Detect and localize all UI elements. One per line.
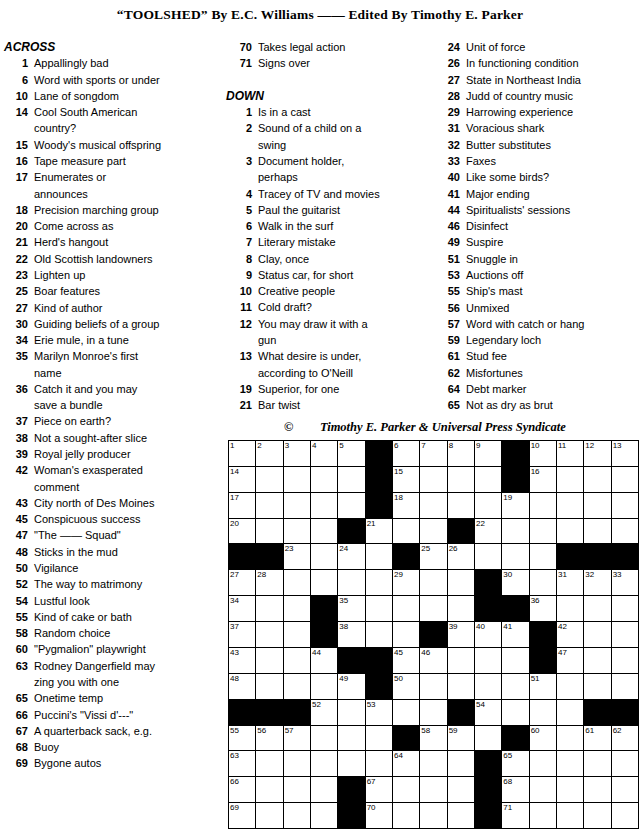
- cell-r9c10[interactable]: [475, 648, 501, 673]
- cell-r4c7[interactable]: [393, 519, 419, 544]
- cell-r12c1[interactable]: 55: [229, 726, 255, 751]
- cell-r10c12[interactable]: 51: [530, 674, 556, 699]
- cell-r1c2[interactable]: 2: [256, 441, 282, 466]
- cell-r4c15[interactable]: [612, 519, 638, 544]
- clue-down-41: 41Major ending: [436, 186, 628, 202]
- clue-text: Literary mistake: [258, 234, 382, 250]
- cell-r12c15[interactable]: 62: [612, 726, 638, 751]
- cell-r13c15[interactable]: [612, 751, 638, 776]
- cell-r9c15[interactable]: [612, 648, 638, 673]
- cell-r8c6[interactable]: [366, 622, 392, 647]
- cell-r5c4[interactable]: [311, 544, 337, 569]
- cell-r9c7[interactable]: 45: [393, 648, 419, 673]
- cell-number: 58: [421, 726, 430, 736]
- cell-number: 19: [503, 493, 512, 503]
- cell-r2c7[interactable]: 15: [393, 467, 419, 492]
- clue-number: 34: [4, 332, 28, 348]
- cell-r11c11[interactable]: [502, 700, 528, 725]
- cell-r8c1[interactable]: 37: [229, 622, 255, 647]
- cell-r10c5[interactable]: 49: [338, 674, 364, 699]
- cell-r2c13[interactable]: [557, 467, 583, 492]
- clue-number: 6: [4, 72, 28, 88]
- cell-r8c7[interactable]: [393, 622, 419, 647]
- cell-r6c3[interactable]: [284, 570, 310, 595]
- cell-r10c11[interactable]: [502, 674, 528, 699]
- cell-r14c9[interactable]: [448, 777, 474, 802]
- cell-r1c15[interactable]: 13: [612, 441, 638, 466]
- cell-r13c5[interactable]: [338, 751, 364, 776]
- cell-r14c4[interactable]: [311, 777, 337, 802]
- clue-number: 19: [226, 381, 252, 397]
- cell-r3c11[interactable]: 19: [502, 493, 528, 518]
- cell-r11c6[interactable]: 53: [366, 700, 392, 725]
- clue-number: 56: [436, 300, 460, 316]
- cell-r1c14[interactable]: 12: [584, 441, 610, 466]
- clue-text: Paul the guitarist: [258, 202, 382, 218]
- clue-text: Document holder, perhaps: [258, 153, 382, 186]
- clue-number: 2: [226, 120, 252, 136]
- cell-r2c12[interactable]: 16: [530, 467, 556, 492]
- clue-text: Butter substitutes: [466, 137, 628, 153]
- clue-across-36: 36Catch it and you may save a bundle: [4, 381, 162, 414]
- clue-number: 60: [4, 641, 28, 657]
- cell-number: 32: [585, 570, 594, 580]
- across-header: ACROSS: [4, 39, 162, 55]
- cell-number: 41: [503, 622, 512, 632]
- cell-r15c11[interactable]: 71: [502, 803, 528, 828]
- cell-r4c11[interactable]: [502, 519, 528, 544]
- cell-r7c1[interactable]: 34: [229, 596, 255, 621]
- cell-r6c7[interactable]: 29: [393, 570, 419, 595]
- clue-text: City north of Des Moines: [34, 495, 162, 511]
- cell-r10c2[interactable]: [256, 674, 282, 699]
- cell-r3c9[interactable]: [448, 493, 474, 518]
- cell-r8c11[interactable]: 41: [502, 622, 528, 647]
- cell-r15c1[interactable]: 69: [229, 803, 255, 828]
- clue-number: 15: [4, 137, 28, 153]
- cell-r15c14[interactable]: [584, 803, 610, 828]
- cell-r13c14[interactable]: [584, 751, 610, 776]
- cell-r15c4[interactable]: [311, 803, 337, 828]
- block-r7c4: [311, 596, 337, 621]
- cell-r4c12[interactable]: [530, 519, 556, 544]
- clue-number: 14: [4, 104, 28, 120]
- cell-r7c6[interactable]: [366, 596, 392, 621]
- cell-r6c6[interactable]: [366, 570, 392, 595]
- clue-across-20: 20Come across as: [4, 218, 162, 234]
- cell-r1c13[interactable]: 11: [557, 441, 583, 466]
- clue-number: 21: [4, 234, 28, 250]
- cell-r7c9[interactable]: [448, 596, 474, 621]
- clue-number: 8: [226, 251, 252, 267]
- cell-r12c5[interactable]: [338, 726, 364, 751]
- clue-text: Random choice: [34, 625, 162, 641]
- cell-r12c2[interactable]: 56: [256, 726, 282, 751]
- clue-text: What desire is under, according to O'Nei…: [258, 348, 382, 381]
- cell-r5c6[interactable]: [366, 544, 392, 569]
- cell-r6c9[interactable]: [448, 570, 474, 595]
- cell-r9c4[interactable]: 44: [311, 648, 337, 673]
- clue-text: Legendary loch: [466, 332, 628, 348]
- cell-r6c13[interactable]: 31: [557, 570, 583, 595]
- cell-r7c3[interactable]: [284, 596, 310, 621]
- cell-r4c14[interactable]: [584, 519, 610, 544]
- cell-r2c10[interactable]: [475, 467, 501, 492]
- clue-across-35: 35Marilyn Monroe's first name: [4, 348, 162, 381]
- clue-text: Kind of author: [34, 300, 162, 316]
- cell-r7c8[interactable]: [420, 596, 446, 621]
- cell-r5c5[interactable]: 24: [338, 544, 364, 569]
- clue-number: 30: [4, 316, 28, 332]
- clue-text: Disinfect: [466, 218, 628, 234]
- cell-r6c8[interactable]: [420, 570, 446, 595]
- cell-r14c14[interactable]: [584, 777, 610, 802]
- clue-number: 45: [4, 511, 28, 527]
- clue-down-26: 26In functioning condition: [436, 55, 628, 71]
- clue-number: 67: [4, 723, 28, 739]
- page-title: “TOOLSHED” By E.C. Williams —— Edited By…: [0, 7, 640, 23]
- cell-r1c1[interactable]: 1: [229, 441, 255, 466]
- clue-text: Woman's exasperated comment: [34, 462, 162, 495]
- cell-r9c2[interactable]: [256, 648, 282, 673]
- clue-text: Rodney Dangerfield may zing you with one: [34, 658, 162, 691]
- cell-r2c9[interactable]: [448, 467, 474, 492]
- cell-r13c1[interactable]: 63: [229, 751, 255, 776]
- clue-number: 3: [226, 153, 252, 169]
- cell-r1c3[interactable]: 3: [284, 441, 310, 466]
- clue-number: 28: [436, 88, 460, 104]
- cell-r14c6[interactable]: 67: [366, 777, 392, 802]
- cell-r9c13[interactable]: 47: [557, 648, 583, 673]
- cell-r12c10[interactable]: [475, 726, 501, 751]
- cell-r8c9[interactable]: 39: [448, 622, 474, 647]
- cell-r13c6[interactable]: [366, 751, 392, 776]
- cell-r3c7[interactable]: 18: [393, 493, 419, 518]
- cell-r4c13[interactable]: [557, 519, 583, 544]
- cell-r1c5[interactable]: 5: [338, 441, 364, 466]
- cell-r2c3[interactable]: [284, 467, 310, 492]
- cell-r9c9[interactable]: [448, 648, 474, 673]
- clue-text: Not as dry as brut: [466, 397, 628, 413]
- cell-r2c15[interactable]: [612, 467, 638, 492]
- cell-r13c12[interactable]: [530, 751, 556, 776]
- cell-r10c15[interactable]: [612, 674, 638, 699]
- clue-down-32: 32Butter substitutes: [436, 137, 628, 153]
- clue-down-46: 46Disinfect: [436, 218, 628, 234]
- cell-r2c1[interactable]: 14: [229, 467, 255, 492]
- block-r11c9: [448, 700, 474, 725]
- clue-text: Puccini's "Vissi d'---": [34, 707, 162, 723]
- cell-r3c10[interactable]: [475, 493, 501, 518]
- cell-r15c15[interactable]: [612, 803, 638, 828]
- cell-r12c6[interactable]: [366, 726, 392, 751]
- block-r6c10: [475, 570, 501, 595]
- cell-r10c7[interactable]: 50: [393, 674, 419, 699]
- cell-r4c8[interactable]: [420, 519, 446, 544]
- cell-r11c12[interactable]: [530, 700, 556, 725]
- clue-number: 10: [4, 88, 28, 104]
- cell-r4c2[interactable]: [256, 519, 282, 544]
- cell-r3c4[interactable]: [311, 493, 337, 518]
- cell-number: 5: [339, 441, 343, 451]
- cell-r7c2[interactable]: [256, 596, 282, 621]
- clue-text: Faxes: [466, 153, 628, 169]
- cell-r14c8[interactable]: [420, 777, 446, 802]
- cell-r5c12[interactable]: [530, 544, 556, 569]
- cell-r13c11[interactable]: 65: [502, 751, 528, 776]
- cell-r15c2[interactable]: [256, 803, 282, 828]
- cell-number: 55: [230, 726, 239, 736]
- cell-r2c14[interactable]: [584, 467, 610, 492]
- block-r12c11: [502, 726, 528, 751]
- cell-number: 10: [531, 441, 540, 451]
- clue-down-33: 33Faxes: [436, 153, 628, 169]
- cell-r7c14[interactable]: [584, 596, 610, 621]
- cell-number: 45: [394, 648, 403, 658]
- cell-number: 63: [230, 751, 239, 761]
- block-r11c2: [256, 700, 282, 725]
- clue-text: Piece on earth?: [34, 413, 162, 429]
- cell-r3c3[interactable]: [284, 493, 310, 518]
- cell-r10c14[interactable]: [584, 674, 610, 699]
- clue-number: 54: [4, 593, 28, 609]
- cell-r6c11[interactable]: 30: [502, 570, 528, 595]
- cell-number: 69: [230, 803, 239, 813]
- cell-r1c9[interactable]: 8: [448, 441, 474, 466]
- cell-r2c2[interactable]: [256, 467, 282, 492]
- clue-number: 12: [226, 316, 252, 332]
- cell-r3c1[interactable]: 17: [229, 493, 255, 518]
- cell-r2c8[interactable]: [420, 467, 446, 492]
- clue-number: 4: [226, 186, 252, 202]
- clue-across-14: 14Cool South American country?: [4, 104, 162, 137]
- clue-number: 11: [226, 299, 252, 315]
- cell-r4c3[interactable]: [284, 519, 310, 544]
- clue-number: 50: [4, 560, 28, 576]
- cell-r3c14[interactable]: [584, 493, 610, 518]
- cell-r8c5[interactable]: 38: [338, 622, 364, 647]
- clue-down-44: 44Spiritualists' sessions: [436, 202, 628, 218]
- cell-r15c7[interactable]: [393, 803, 419, 828]
- across-clues-list-1: 1Appallingly bad6Word with sports or und…: [4, 55, 162, 771]
- clue-text: Sound of a child on a swing: [258, 120, 382, 153]
- cell-r15c3[interactable]: [284, 803, 310, 828]
- cell-r6c5[interactable]: [338, 570, 364, 595]
- cell-r5c9[interactable]: 26: [448, 544, 474, 569]
- cell-r14c15[interactable]: [612, 777, 638, 802]
- clue-down-21: 21Bar twist: [226, 397, 382, 413]
- clue-number: 27: [436, 72, 460, 88]
- cell-r8c3[interactable]: [284, 622, 310, 647]
- cell-r9c3[interactable]: [284, 648, 310, 673]
- cell-r14c11[interactable]: 68: [502, 777, 528, 802]
- cell-r6c4[interactable]: [311, 570, 337, 595]
- cell-r10c8[interactable]: [420, 674, 446, 699]
- cell-r12c4[interactable]: [311, 726, 337, 751]
- cell-r6c15[interactable]: 33: [612, 570, 638, 595]
- cell-number: 71: [503, 803, 512, 813]
- cell-r4c1[interactable]: 20: [229, 519, 255, 544]
- cell-number: 47: [558, 648, 567, 658]
- cell-r1c12[interactable]: 10: [530, 441, 556, 466]
- clue-down-56: 56Unmixed: [436, 300, 628, 316]
- down-clues-list-2: 24Unit of force26In functioning conditio…: [436, 39, 628, 413]
- block-r8c8: [420, 622, 446, 647]
- clue-number: 69: [4, 755, 28, 771]
- cell-r6c1[interactable]: 27: [229, 570, 255, 595]
- cell-r12c14[interactable]: 61: [584, 726, 610, 751]
- cell-r13c8[interactable]: [420, 751, 446, 776]
- clue-text: The way to matrimony: [34, 576, 162, 592]
- cell-number: 40: [476, 622, 485, 632]
- block-r5c15: [612, 544, 638, 569]
- cell-r9c1[interactable]: 43: [229, 648, 255, 673]
- cell-r12c9[interactable]: 59: [448, 726, 474, 751]
- cell-r7c7[interactable]: [393, 596, 419, 621]
- clue-number: 68: [4, 739, 28, 755]
- cell-r15c9[interactable]: [448, 803, 474, 828]
- clue-text: Suspire: [466, 234, 628, 250]
- cell-r10c13[interactable]: [557, 674, 583, 699]
- cell-r13c2[interactable]: [256, 751, 282, 776]
- cell-r10c9[interactable]: [448, 674, 474, 699]
- cell-r1c8[interactable]: 7: [420, 441, 446, 466]
- clue-text: Woody's musical offspring: [34, 137, 162, 153]
- cell-r8c10[interactable]: 40: [475, 622, 501, 647]
- cell-r12c13[interactable]: [557, 726, 583, 751]
- cell-r1c7[interactable]: 6: [393, 441, 419, 466]
- cell-r13c3[interactable]: [284, 751, 310, 776]
- cell-r4c6[interactable]: 21: [366, 519, 392, 544]
- cell-r11c5[interactable]: [338, 700, 364, 725]
- clue-across-42: 42Woman's exasperated comment: [4, 462, 162, 495]
- cell-r4c10[interactable]: 22: [475, 519, 501, 544]
- clue-down-6: 6Walk in the surf: [226, 218, 382, 234]
- clue-down-2: 2Sound of a child on a swing: [226, 120, 382, 153]
- cell-r14c13[interactable]: [557, 777, 583, 802]
- cell-r12c8[interactable]: 58: [420, 726, 446, 751]
- cell-r3c5[interactable]: [338, 493, 364, 518]
- block-r11c1: [229, 700, 255, 725]
- cell-r15c6[interactable]: 70: [366, 803, 392, 828]
- cell-r5c10[interactable]: [475, 544, 501, 569]
- clue-across-18: 18Precision marching group: [4, 202, 162, 218]
- clue-text: Unit of force: [466, 39, 628, 55]
- cell-r10c4[interactable]: [311, 674, 337, 699]
- cell-r5c3[interactable]: 23: [284, 544, 310, 569]
- cell-number: 6: [394, 441, 398, 451]
- clue-text: Sticks in the mud: [34, 544, 162, 560]
- cell-r10c1[interactable]: 48: [229, 674, 255, 699]
- cell-r6c14[interactable]: 32: [584, 570, 610, 595]
- cell-r12c3[interactable]: 57: [284, 726, 310, 751]
- cell-r7c12[interactable]: 36: [530, 596, 556, 621]
- clue-across-30: 30Guiding beliefs of a group: [4, 316, 162, 332]
- cell-r14c3[interactable]: [284, 777, 310, 802]
- crossword-grid: 1234567891011121314151617181920212223242…: [228, 440, 639, 829]
- cell-r6c2[interactable]: 28: [256, 570, 282, 595]
- cell-r1c4[interactable]: 4: [311, 441, 337, 466]
- clue-number: 32: [436, 137, 460, 153]
- clue-text: Clay, once: [258, 251, 382, 267]
- cell-r3c12[interactable]: [530, 493, 556, 518]
- clue-number: 26: [436, 55, 460, 71]
- cell-r3c8[interactable]: [420, 493, 446, 518]
- clue-down-13: 13What desire is under, according to O'N…: [226, 348, 382, 381]
- cell-r12c12[interactable]: 60: [530, 726, 556, 751]
- clue-text: Precision marching group: [34, 202, 162, 218]
- cell-r15c12[interactable]: [530, 803, 556, 828]
- clue-down-1: 1Is in a cast: [226, 104, 382, 120]
- cell-r4c4[interactable]: [311, 519, 337, 544]
- clue-text: Debt marker: [466, 381, 628, 397]
- cell-r11c8[interactable]: [420, 700, 446, 725]
- cell-r3c13[interactable]: [557, 493, 583, 518]
- cell-r8c14[interactable]: [584, 622, 610, 647]
- clue-down-59: 59Legendary loch: [436, 332, 628, 348]
- cell-r9c11[interactable]: [502, 648, 528, 673]
- cell-r15c13[interactable]: [557, 803, 583, 828]
- cell-r14c7[interactable]: [393, 777, 419, 802]
- cell-number: 50: [394, 674, 403, 684]
- cell-r10c10[interactable]: [475, 674, 501, 699]
- cell-r13c7[interactable]: 64: [393, 751, 419, 776]
- cell-r7c13[interactable]: [557, 596, 583, 621]
- cell-r15c8[interactable]: [420, 803, 446, 828]
- cell-r11c7[interactable]: [393, 700, 419, 725]
- cell-r8c13[interactable]: 42: [557, 622, 583, 647]
- clue-number: 65: [4, 690, 28, 706]
- cell-r11c13[interactable]: [557, 700, 583, 725]
- cell-r3c2[interactable]: [256, 493, 282, 518]
- cell-r13c9[interactable]: [448, 751, 474, 776]
- cell-r11c10[interactable]: 54: [475, 700, 501, 725]
- cell-r14c2[interactable]: [256, 777, 282, 802]
- clue-text: Kind of cake or bath: [34, 609, 162, 625]
- clue-across-17: 17Enumerates or announces: [4, 169, 162, 202]
- cell-r8c2[interactable]: [256, 622, 282, 647]
- cell-r1c10[interactable]: 9: [475, 441, 501, 466]
- cell-r9c8[interactable]: 46: [420, 648, 446, 673]
- cell-r14c12[interactable]: [530, 777, 556, 802]
- cell-r6c12[interactable]: [530, 570, 556, 595]
- cell-r14c1[interactable]: 66: [229, 777, 255, 802]
- cell-r13c13[interactable]: [557, 751, 583, 776]
- cell-r13c4[interactable]: [311, 751, 337, 776]
- clue-number: 44: [436, 202, 460, 218]
- block-r5c1: [229, 544, 255, 569]
- cell-r2c4[interactable]: [311, 467, 337, 492]
- cell-r2c5[interactable]: [338, 467, 364, 492]
- block-r4c9: [448, 519, 474, 544]
- cell-r5c11[interactable]: [502, 544, 528, 569]
- block-r12c7: [393, 726, 419, 751]
- clue-number: 9: [226, 267, 252, 283]
- cell-r9c14[interactable]: [584, 648, 610, 673]
- cell-r7c5[interactable]: 35: [338, 596, 364, 621]
- clue-text: Voracious shark: [466, 120, 628, 136]
- cell-number: 38: [339, 622, 348, 632]
- clue-text: State in Northeast India: [466, 72, 628, 88]
- cell-r11c4[interactable]: 52: [311, 700, 337, 725]
- block-r2c6: [366, 467, 392, 492]
- cell-r10c3[interactable]: [284, 674, 310, 699]
- cell-r5c8[interactable]: 25: [420, 544, 446, 569]
- cell-r8c15[interactable]: [612, 622, 638, 647]
- cell-r3c15[interactable]: [612, 493, 638, 518]
- clue-text: Appallingly bad: [34, 55, 162, 71]
- cell-r7c15[interactable]: [612, 596, 638, 621]
